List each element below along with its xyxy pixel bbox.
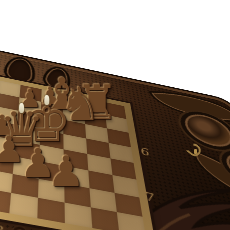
carved-walnut-chess-board: 3 4 5 6 7 <box>0 31 230 230</box>
clasp-pin <box>194 149 197 154</box>
square-f1 <box>65 203 93 228</box>
carved-coordinate-mark: 7 <box>145 189 155 205</box>
chess-board-grid <box>0 66 156 230</box>
square-e1 <box>37 198 65 223</box>
square-g1 <box>91 207 119 230</box>
clasp-hook <box>188 142 200 154</box>
chess-squares-area <box>0 66 156 230</box>
square-d1 <box>9 193 38 218</box>
product-photo-scene: 3 4 5 6 7 ♜♞♝♚♛♟♟♟♟♟♟ <box>0 0 230 230</box>
carved-coordinate-mark: 6 <box>140 145 149 158</box>
carved-coordinate-mark: 3 <box>0 222 5 230</box>
